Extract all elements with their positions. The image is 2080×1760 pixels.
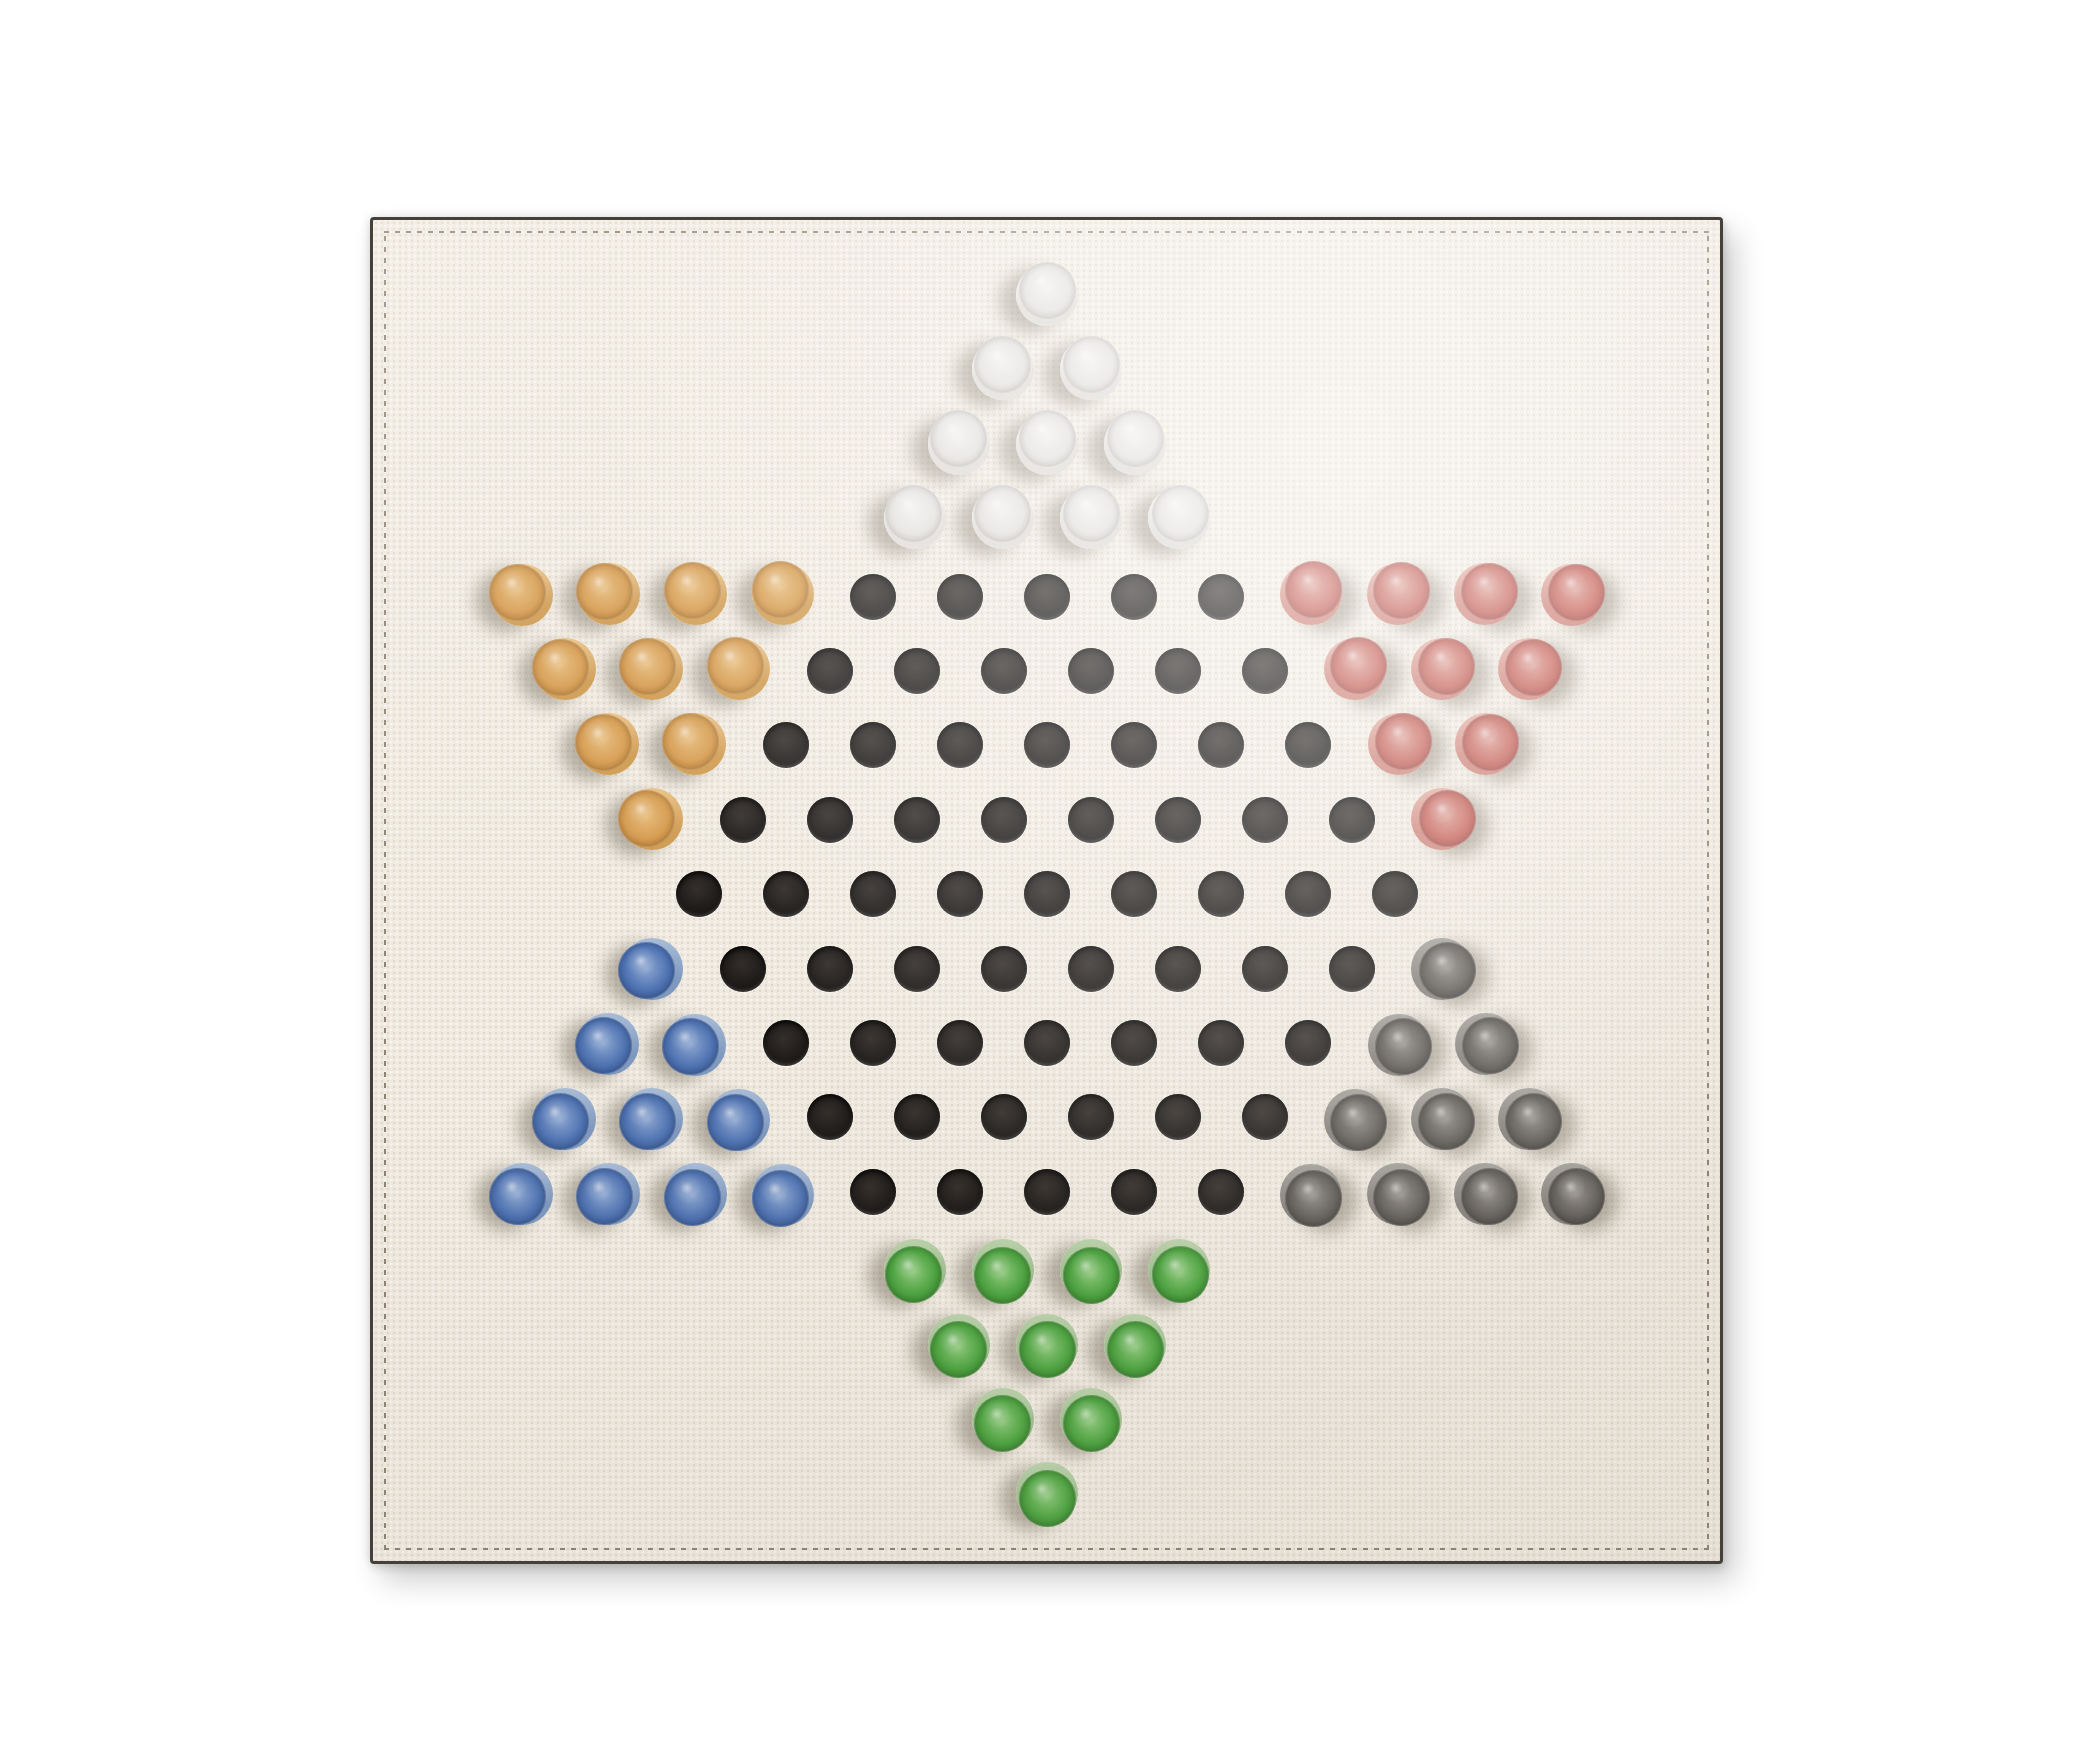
- peg-white-top: [1019, 262, 1076, 319]
- peg-gray-top: [1373, 1169, 1430, 1226]
- hole-r8c5[interactable]: [981, 797, 1027, 843]
- peg-orange-top: [575, 714, 632, 771]
- peg-gray-top: [1462, 1017, 1519, 1074]
- peg-orange-top: [576, 563, 633, 620]
- hole-r13c5[interactable]: [850, 1169, 896, 1215]
- peg-green-top: [1019, 1321, 1076, 1378]
- hole-r12c5[interactable]: [894, 1094, 940, 1140]
- peg-white-top: [974, 485, 1031, 542]
- hole-r11c8[interactable]: [1198, 1020, 1244, 1066]
- peg-red-top: [1461, 563, 1518, 620]
- peg-white-top: [1063, 336, 1120, 393]
- hole-r5c6[interactable]: [937, 574, 983, 620]
- hole-r6c5[interactable]: [894, 648, 940, 694]
- hole-r6c9[interactable]: [1242, 648, 1288, 694]
- hole-r6c6[interactable]: [981, 648, 1027, 694]
- peg-green-top: [1019, 1470, 1076, 1527]
- peg-orange-top: [707, 637, 764, 694]
- hole-r9c5[interactable]: [1024, 871, 1070, 917]
- hole-r9c2[interactable]: [763, 871, 809, 917]
- peg-orange-top: [618, 790, 675, 847]
- hole-r13c9[interactable]: [1198, 1169, 1244, 1215]
- hole-r7c8[interactable]: [1198, 722, 1244, 768]
- hole-r10c4[interactable]: [894, 946, 940, 992]
- hole-r5c5[interactable]: [850, 574, 896, 620]
- peg-blue-top: [707, 1094, 764, 1151]
- hole-r9c7[interactable]: [1198, 871, 1244, 917]
- peg-orange-top: [752, 561, 809, 618]
- peg-green-top: [1063, 1247, 1120, 1304]
- peg-white-top: [930, 410, 987, 467]
- hole-r8c9[interactable]: [1329, 797, 1375, 843]
- peg-white-top: [1152, 485, 1209, 542]
- cells: [373, 220, 1720, 1561]
- peg-green-top: [974, 1395, 1031, 1452]
- hole-r10c9[interactable]: [1329, 946, 1375, 992]
- peg-blue-top: [575, 1017, 632, 1074]
- hole-r10c7[interactable]: [1155, 946, 1201, 992]
- hole-r13c6[interactable]: [937, 1169, 983, 1215]
- peg-blue-top: [662, 1018, 719, 1075]
- peg-blue-top: [618, 942, 675, 999]
- hole-r7c5[interactable]: [937, 722, 983, 768]
- hole-r5c9[interactable]: [1198, 574, 1244, 620]
- peg-gray-top: [1375, 1018, 1432, 1075]
- hole-r5c7[interactable]: [1024, 574, 1070, 620]
- hole-r8c8[interactable]: [1242, 797, 1288, 843]
- hole-r12c8[interactable]: [1155, 1094, 1201, 1140]
- hole-r12c7[interactable]: [1068, 1094, 1114, 1140]
- peg-red-top: [1548, 564, 1605, 621]
- hole-r11c7[interactable]: [1111, 1020, 1157, 1066]
- hole-r7c4[interactable]: [850, 722, 896, 768]
- peg-gray-top: [1505, 1093, 1562, 1150]
- peg-red-top: [1418, 638, 1475, 695]
- peg-blue-top: [489, 1168, 546, 1225]
- hole-r11c5[interactable]: [937, 1020, 983, 1066]
- hole-r8c4[interactable]: [894, 797, 940, 843]
- hole-r8c2[interactable]: [720, 797, 766, 843]
- hole-r8c7[interactable]: [1155, 797, 1201, 843]
- peg-red-top: [1330, 637, 1387, 694]
- hole-r13c8[interactable]: [1111, 1169, 1157, 1215]
- hole-r12c6[interactable]: [981, 1094, 1027, 1140]
- chinese-checkers-board: [370, 217, 1723, 1564]
- hole-r11c4[interactable]: [850, 1020, 896, 1066]
- hole-r6c4[interactable]: [807, 648, 853, 694]
- hole-r12c4[interactable]: [807, 1094, 853, 1140]
- peg-red-top: [1462, 714, 1519, 771]
- peg-blue-top: [664, 1169, 721, 1226]
- peg-red-top: [1505, 639, 1562, 696]
- peg-blue-top: [532, 1093, 589, 1150]
- hole-r11c3[interactable]: [763, 1020, 809, 1066]
- hole-r9c8[interactable]: [1285, 871, 1331, 917]
- peg-blue-top: [752, 1170, 809, 1227]
- hole-r6c8[interactable]: [1155, 648, 1201, 694]
- peg-white-top: [885, 485, 942, 542]
- hole-r6c7[interactable]: [1068, 648, 1114, 694]
- peg-white-top: [1063, 485, 1120, 542]
- peg-green-top: [1152, 1246, 1209, 1303]
- hole-r7c9[interactable]: [1285, 722, 1331, 768]
- hole-r10c5[interactable]: [981, 946, 1027, 992]
- peg-green-top: [1063, 1395, 1120, 1452]
- hole-r12c9[interactable]: [1242, 1094, 1288, 1140]
- hole-r7c6[interactable]: [1024, 722, 1070, 768]
- hole-r8c6[interactable]: [1068, 797, 1114, 843]
- hole-r9c6[interactable]: [1111, 871, 1157, 917]
- peg-orange-top: [532, 639, 589, 696]
- peg-gray-top: [1418, 1093, 1475, 1150]
- peg-white-top: [974, 336, 1031, 393]
- hole-r11c6[interactable]: [1024, 1020, 1070, 1066]
- hole-r9c9[interactable]: [1372, 871, 1418, 917]
- hole-r13c7[interactable]: [1024, 1169, 1070, 1215]
- peg-gray-top: [1330, 1094, 1387, 1151]
- peg-gray-top: [1285, 1170, 1342, 1227]
- hole-r7c3[interactable]: [763, 722, 809, 768]
- hole-r7c7[interactable]: [1111, 722, 1157, 768]
- hole-r8c3[interactable]: [807, 797, 853, 843]
- peg-green-top: [974, 1247, 1031, 1304]
- hole-r10c3[interactable]: [807, 946, 853, 992]
- peg-orange-top: [619, 638, 676, 695]
- peg-gray-top: [1461, 1168, 1518, 1225]
- peg-white-top: [1019, 410, 1076, 467]
- peg-green-top: [1107, 1321, 1164, 1378]
- hole-r10c8[interactable]: [1242, 946, 1288, 992]
- photo-backdrop: [0, 0, 2080, 1760]
- peg-gray-top: [1419, 942, 1476, 999]
- peg-orange-top: [489, 564, 546, 621]
- hole-r10c6[interactable]: [1068, 946, 1114, 992]
- peg-green-top: [885, 1246, 942, 1303]
- peg-orange-top: [664, 562, 721, 619]
- hole-r9c4[interactable]: [937, 871, 983, 917]
- peg-green-top: [930, 1321, 987, 1378]
- peg-gray-top: [1548, 1168, 1605, 1225]
- hole-r11c9[interactable]: [1285, 1020, 1331, 1066]
- hole-r10c2[interactable]: [720, 946, 766, 992]
- hole-r9c1[interactable]: [676, 871, 722, 917]
- peg-red-top: [1375, 713, 1432, 770]
- hole-r5c8[interactable]: [1111, 574, 1157, 620]
- hole-r9c3[interactable]: [850, 871, 896, 917]
- peg-red-top: [1419, 790, 1476, 847]
